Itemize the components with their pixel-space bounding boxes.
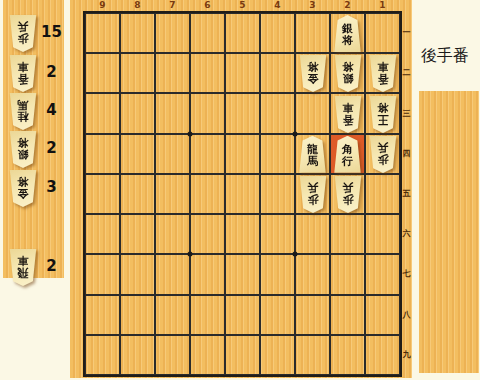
hand-count-rook: 2 bbox=[39, 257, 64, 275]
gote-silver[interactable]: 銀将 bbox=[333, 55, 363, 92]
sente-silver[interactable]: 銀将 bbox=[333, 15, 363, 52]
square-f4r4[interactable] bbox=[260, 134, 295, 174]
hoshi-dot bbox=[293, 252, 298, 257]
file-label-2: 2 bbox=[330, 0, 365, 10]
gote-lance[interactable]: 香車 bbox=[333, 96, 363, 133]
piece-kanji: 歩 bbox=[307, 193, 318, 205]
square-f4r7[interactable] bbox=[260, 254, 295, 294]
square-f4r1[interactable] bbox=[260, 13, 295, 53]
hoshi-dot bbox=[188, 252, 193, 257]
piece-kanji: 将 bbox=[18, 136, 29, 148]
rank-label-8: 八 bbox=[401, 310, 412, 320]
square-f9r8[interactable] bbox=[85, 295, 120, 335]
square-f9r3[interactable] bbox=[85, 93, 120, 133]
rank-label-6: 六 bbox=[401, 229, 412, 239]
square-f1r8[interactable] bbox=[365, 295, 400, 335]
board-grid-border: 銀将金将銀将香車香車王将龍馬角行歩兵歩兵歩兵 bbox=[83, 11, 402, 377]
hand-count-gold: 3 bbox=[39, 178, 64, 196]
file-label-1: 1 bbox=[365, 0, 400, 10]
piece-kanji: 角 bbox=[342, 144, 353, 156]
rank-label-2: 二 bbox=[401, 68, 412, 78]
square-f8r1[interactable] bbox=[120, 13, 155, 53]
square-f2r6[interactable] bbox=[330, 214, 365, 254]
square-f4r6[interactable] bbox=[260, 214, 295, 254]
hoshi-dot bbox=[188, 131, 193, 136]
hand-entry-pawn: 歩兵15 bbox=[3, 15, 64, 53]
square-f4r3[interactable] bbox=[260, 93, 295, 133]
piece-kanji: 銀 bbox=[18, 148, 29, 160]
file-label-5: 5 bbox=[225, 0, 260, 10]
square-f7r9[interactable] bbox=[155, 335, 190, 375]
rank-label-9: 九 bbox=[401, 350, 412, 360]
piece-kanji: 行 bbox=[342, 156, 353, 168]
piece-kanji: 王 bbox=[377, 113, 388, 125]
square-f8r3[interactable] bbox=[120, 93, 155, 133]
file-label-7: 7 bbox=[155, 0, 190, 10]
square-f7r3[interactable] bbox=[155, 93, 190, 133]
square-f2r9[interactable] bbox=[330, 335, 365, 375]
square-f1r9[interactable] bbox=[365, 335, 400, 375]
piece-kanji: 将 bbox=[18, 175, 29, 187]
square-f2r8[interactable] bbox=[330, 295, 365, 335]
rank-label-7: 七 bbox=[401, 269, 412, 279]
square-f7r4[interactable] bbox=[155, 134, 190, 174]
square-f5r5[interactable] bbox=[225, 174, 260, 214]
square-f8r5[interactable] bbox=[120, 174, 155, 214]
square-f6r5[interactable] bbox=[190, 174, 225, 214]
sente-hand-tray bbox=[419, 91, 479, 373]
gote-lance[interactable]: 香車 bbox=[8, 55, 38, 92]
square-f4r5[interactable] bbox=[260, 174, 295, 214]
hand-count-lance: 2 bbox=[39, 63, 64, 81]
square-f3r1[interactable] bbox=[295, 13, 330, 53]
square-f8r2[interactable] bbox=[120, 53, 155, 93]
rank-label-1: 一 bbox=[401, 28, 412, 38]
piece-kanji: 龍 bbox=[307, 144, 318, 156]
square-f3r9[interactable] bbox=[295, 335, 330, 375]
piece-kanji: 馬 bbox=[307, 156, 318, 168]
square-f3r6[interactable] bbox=[295, 214, 330, 254]
hand-count-pawn: 15 bbox=[39, 23, 64, 41]
square-f9r2[interactable] bbox=[85, 53, 120, 93]
piece-kanji: 将 bbox=[307, 60, 318, 72]
piece-kanji: 兵 bbox=[307, 181, 318, 193]
square-f8r6[interactable] bbox=[120, 214, 155, 254]
square-f1r6[interactable] bbox=[365, 214, 400, 254]
piece-kanji: 銀 bbox=[342, 72, 353, 84]
piece-kanji: 将 bbox=[342, 60, 353, 72]
square-f5r8[interactable] bbox=[225, 295, 260, 335]
square-f9r9[interactable] bbox=[85, 335, 120, 375]
square-f4r8[interactable] bbox=[260, 295, 295, 335]
square-f6r1[interactable] bbox=[190, 13, 225, 53]
piece-kanji: 車 bbox=[377, 60, 388, 72]
piece-kanji: 将 bbox=[342, 35, 353, 47]
file-label-8: 8 bbox=[120, 0, 155, 10]
square-f7r6[interactable] bbox=[155, 214, 190, 254]
piece-kanji: 将 bbox=[377, 101, 388, 113]
square-f6r9[interactable] bbox=[190, 335, 225, 375]
hand-entry-lance: 香車2 bbox=[3, 55, 64, 93]
square-f3r7[interactable] bbox=[295, 254, 330, 294]
square-f5r3[interactable] bbox=[225, 93, 260, 133]
square-f3r3[interactable] bbox=[295, 93, 330, 133]
gote-pawn[interactable]: 歩兵 bbox=[298, 176, 328, 213]
file-label-4: 4 bbox=[260, 0, 295, 10]
piece-kanji: 歩 bbox=[342, 193, 353, 205]
board-grid: 銀将金将銀将香車香車王将龍馬角行歩兵歩兵歩兵 bbox=[85, 13, 400, 375]
square-f8r7[interactable] bbox=[120, 254, 155, 294]
gote-gold[interactable]: 金将 bbox=[8, 170, 38, 207]
square-f6r8[interactable] bbox=[190, 295, 225, 335]
hand-entry-rook: 飛車2 bbox=[3, 249, 64, 287]
rank-label-5: 五 bbox=[401, 189, 412, 199]
gote-silver[interactable]: 銀将 bbox=[8, 131, 38, 168]
square-f1r7[interactable] bbox=[365, 254, 400, 294]
piece-kanji: 兵 bbox=[18, 20, 29, 32]
file-label-9: 9 bbox=[85, 0, 120, 10]
piece-kanji: 飛 bbox=[18, 266, 29, 278]
square-f5r7[interactable] bbox=[225, 254, 260, 294]
square-f4r2[interactable] bbox=[260, 53, 295, 93]
piece-kanji: 車 bbox=[18, 254, 29, 266]
square-f6r2[interactable] bbox=[190, 53, 225, 93]
square-f9r7[interactable] bbox=[85, 254, 120, 294]
gote-pawn[interactable]: 歩兵 bbox=[8, 15, 38, 52]
square-f1r5[interactable] bbox=[365, 174, 400, 214]
square-f9r5[interactable] bbox=[85, 174, 120, 214]
file-label-6: 6 bbox=[190, 0, 225, 10]
hand-count-knight: 4 bbox=[39, 101, 64, 119]
gote-lance[interactable]: 香車 bbox=[368, 55, 398, 92]
square-f7r5[interactable] bbox=[155, 174, 190, 214]
piece-kanji: 桂 bbox=[18, 110, 29, 122]
square-f6r3[interactable] bbox=[190, 93, 225, 133]
rank-label-4: 四 bbox=[401, 149, 412, 159]
piece-kanji: 金 bbox=[18, 187, 29, 199]
square-f5r4[interactable] bbox=[225, 134, 260, 174]
gote-pawn[interactable]: 歩兵 bbox=[368, 136, 398, 173]
gote-pawn[interactable]: 歩兵 bbox=[333, 176, 363, 213]
gote-hand-tray: 歩兵15香車2桂馬4銀将2金将3飛車2 bbox=[3, 0, 64, 278]
piece-kanji: 香 bbox=[342, 113, 353, 125]
square-f5r1[interactable] bbox=[225, 13, 260, 53]
piece-kanji: 香 bbox=[18, 72, 29, 84]
square-f7r8[interactable] bbox=[155, 295, 190, 335]
piece-kanji: 歩 bbox=[18, 32, 29, 44]
gote-gold[interactable]: 金将 bbox=[298, 55, 328, 92]
rank-label-3: 三 bbox=[401, 109, 412, 119]
piece-kanji: 歩 bbox=[377, 153, 388, 165]
square-f7r7[interactable] bbox=[155, 254, 190, 294]
gote-knight[interactable]: 桂馬 bbox=[8, 93, 38, 130]
square-f6r7[interactable] bbox=[190, 254, 225, 294]
hand-count-silver: 2 bbox=[39, 139, 64, 157]
square-f2r7[interactable] bbox=[330, 254, 365, 294]
square-f9r4[interactable] bbox=[85, 134, 120, 174]
square-f5r2[interactable] bbox=[225, 53, 260, 93]
piece-kanji: 車 bbox=[18, 60, 29, 72]
square-f9r6[interactable] bbox=[85, 214, 120, 254]
square-f5r9[interactable] bbox=[225, 335, 260, 375]
piece-kanji: 馬 bbox=[18, 98, 29, 110]
square-f7r2[interactable] bbox=[155, 53, 190, 93]
sente-bishop[interactable]: 角行 bbox=[333, 136, 363, 173]
square-f6r6[interactable] bbox=[190, 214, 225, 254]
piece-kanji: 兵 bbox=[342, 181, 353, 193]
square-f8r8[interactable] bbox=[120, 295, 155, 335]
hand-entry-gold: 金将3 bbox=[3, 170, 64, 208]
shogi-board: 987654321 一二三四五六七八九 銀将金将銀将香車香車王将龍馬角行歩兵歩兵… bbox=[70, 0, 412, 378]
square-f8r9[interactable] bbox=[120, 335, 155, 375]
square-f6r4[interactable] bbox=[190, 134, 225, 174]
piece-kanji: 金 bbox=[307, 72, 318, 84]
sente-promoted-bishop-promoted[interactable]: 龍馬 bbox=[298, 136, 328, 173]
square-f8r4[interactable] bbox=[120, 134, 155, 174]
square-f4r9[interactable] bbox=[260, 335, 295, 375]
gote-rook[interactable]: 飛車 bbox=[8, 249, 38, 286]
piece-kanji: 車 bbox=[342, 101, 353, 113]
gote-king[interactable]: 王将 bbox=[368, 96, 398, 133]
hand-entry-knight: 桂馬4 bbox=[3, 93, 64, 131]
square-f1r1[interactable] bbox=[365, 13, 400, 53]
square-f3r8[interactable] bbox=[295, 295, 330, 335]
piece-kanji: 香 bbox=[377, 72, 388, 84]
turn-indicator: 後手番 bbox=[421, 46, 477, 67]
square-f5r6[interactable] bbox=[225, 214, 260, 254]
square-f7r1[interactable] bbox=[155, 13, 190, 53]
file-label-3: 3 bbox=[295, 0, 330, 10]
hand-entry-silver: 銀将2 bbox=[3, 131, 64, 169]
piece-kanji: 兵 bbox=[377, 141, 388, 153]
square-f9r1[interactable] bbox=[85, 13, 120, 53]
